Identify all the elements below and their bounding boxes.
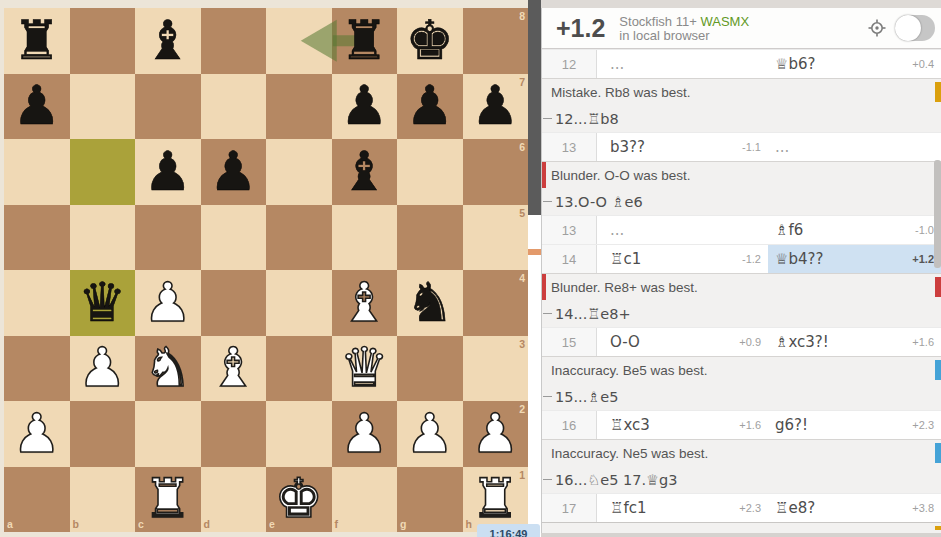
square-f3[interactable]: ♛	[332, 336, 398, 402]
move-number: 13	[542, 133, 597, 161]
square-a5[interactable]	[4, 205, 70, 271]
white-move-cell[interactable]: ♖xc3+1.6	[597, 411, 768, 439]
comment-severity-bar	[935, 526, 941, 530]
white-move-cell[interactable]: ...	[597, 216, 768, 244]
square-c6[interactable]: ♟	[135, 139, 201, 205]
black-move-eval: +3.8	[912, 502, 941, 514]
comment-severity-bar	[935, 82, 941, 102]
square-b3[interactable]: ♟	[70, 336, 136, 402]
engine-eval: +1.2	[542, 14, 619, 43]
engine-name: Stockfish 11+	[619, 14, 696, 29]
black-move-cell[interactable]: ♗xc3?!+1.6	[768, 328, 941, 356]
square-f2[interactable]: ♟	[332, 401, 398, 467]
square-h6[interactable]: 6	[463, 139, 529, 205]
comment-row-blunder: Blunder. Re8+ was best.	[542, 273, 941, 300]
black-move-cell[interactable]: ♖e8?+3.8	[768, 494, 941, 522]
engine-meta: Stockfish 11+ WASMX in local browser	[619, 14, 867, 43]
square-d4[interactable]	[201, 270, 267, 336]
black-knight-g4[interactable]: ♞	[397, 270, 463, 336]
square-b7[interactable]	[70, 74, 136, 140]
white-bishop-d3[interactable]: ♝	[201, 336, 267, 402]
comment-text: Inaccuracy. Be5 was best.	[551, 363, 708, 378]
black-move-cell[interactable]: ...	[768, 133, 941, 161]
square-e1[interactable]: ♚e	[266, 467, 332, 533]
white-move[interactable]: ...	[597, 55, 624, 73]
square-g2[interactable]: ♟	[397, 401, 463, 467]
white-move-cell[interactable]: O-O+0.9	[597, 328, 768, 356]
square-f4[interactable]: ♝	[332, 270, 398, 336]
variation-moves[interactable]: 15...♗e5	[555, 389, 618, 405]
square-d1[interactable]: d	[201, 467, 267, 533]
black-move-eval: +1.6	[912, 336, 941, 348]
analysis-panel: +1.2 Stockfish 11+ WASMX in local browse…	[541, 8, 941, 533]
square-h4[interactable]: 4	[463, 270, 529, 336]
black-rook-a8[interactable]: ♜	[4, 8, 70, 74]
square-g8[interactable]: ♚	[397, 8, 463, 74]
white-move[interactable]: b3??	[597, 138, 645, 156]
black-move-eval: +2.3	[912, 419, 941, 431]
white-move-cell[interactable]: ...	[597, 50, 768, 78]
move-row-12: 12...♕b6?+0.4	[542, 49, 941, 78]
move-number: 16	[542, 411, 597, 439]
comment-severity-bar	[935, 277, 941, 297]
square-c2[interactable]	[135, 401, 201, 467]
engine-variant: WASMX	[700, 14, 749, 29]
black-queen-b4[interactable]: ♛	[70, 270, 136, 336]
black-move[interactable]: ♖e8?	[768, 499, 815, 517]
square-c7[interactable]	[135, 74, 201, 140]
rank-label-7: 7	[519, 76, 525, 88]
rank-label-2: 2	[519, 403, 525, 415]
square-f7[interactable]: ♟	[332, 74, 398, 140]
eval-gauge-black-portion	[528, 0, 541, 215]
file-label-g: g	[400, 518, 406, 530]
square-e7[interactable]	[266, 74, 332, 140]
black-pawn-a7[interactable]: ♟	[4, 74, 70, 140]
engine-toggle-knob	[895, 15, 921, 41]
variation-connector	[543, 313, 552, 314]
white-pawn-b3[interactable]: ♟	[70, 336, 136, 402]
variation-connector	[543, 118, 552, 119]
black-move[interactable]: ♗xc3?!	[768, 333, 829, 351]
square-b8[interactable]	[70, 8, 136, 74]
white-move[interactable]: ...	[597, 221, 624, 239]
comment-text: Inaccuracy. Ne5 was best.	[551, 446, 708, 461]
white-rook-c1[interactable]: ♜	[135, 467, 201, 533]
square-e8[interactable]	[266, 8, 332, 74]
black-move-cell-current[interactable]: ♕b4??+1.2	[768, 245, 941, 273]
square-f5[interactable]	[332, 205, 398, 271]
white-move-eval: -1.2	[742, 253, 768, 265]
rank-label-3: 3	[519, 338, 525, 350]
square-a1[interactable]: a	[4, 467, 70, 533]
square-e2[interactable]	[266, 401, 332, 467]
square-b4[interactable]: ♛	[70, 270, 136, 336]
square-b2[interactable]	[70, 401, 136, 467]
move-row-16: 16♖xc3+1.6g6?!+2.3	[542, 410, 941, 439]
black-move[interactable]: ♗f6	[768, 221, 803, 239]
white-pawn-g2[interactable]: ♟	[397, 401, 463, 467]
variation-row[interactable]: 13.O-O ♗e6	[542, 188, 941, 215]
file-label-e: e	[269, 518, 275, 530]
move-row-14: 14♖c1-1.2♕b4??+1.2	[542, 244, 941, 273]
white-move[interactable]: O-O	[597, 333, 640, 351]
black-rook-f8[interactable]: ♜	[332, 8, 398, 74]
black-move[interactable]: ♕b4??	[768, 250, 823, 268]
white-move-cell[interactable]: ♖fc1+2.3	[597, 494, 768, 522]
square-b5[interactable]	[70, 205, 136, 271]
square-d8[interactable]	[201, 8, 267, 74]
square-h5[interactable]: 5	[463, 205, 529, 271]
square-d5[interactable]	[201, 205, 267, 271]
square-d6[interactable]: ♟	[201, 139, 267, 205]
white-pawn-c4[interactable]: ♟	[135, 270, 201, 336]
scrollbar-thumb[interactable]	[934, 160, 941, 268]
variation-row[interactable]: 12...♖b8	[542, 105, 941, 132]
white-move-eval: +1.6	[739, 419, 768, 431]
engine-name-line: Stockfish 11+ WASMX	[619, 15, 867, 29]
square-d2[interactable]	[201, 401, 267, 467]
variation-row[interactable]: 15...♗e5	[542, 383, 941, 410]
white-move-cell[interactable]: ♖c1-1.2	[597, 245, 768, 273]
white-bishop-f4[interactable]: ♝	[332, 270, 398, 336]
file-label-f: f	[335, 518, 339, 530]
black-pawn-d6[interactable]: ♟	[201, 139, 267, 205]
square-d7[interactable]	[201, 74, 267, 140]
square-d3[interactable]: ♝	[201, 336, 267, 402]
white-queen-f3[interactable]: ♛	[332, 336, 398, 402]
black-move-cell[interactable]: ♗f6-1.0	[768, 216, 941, 244]
chess-board[interactable]: ♜♝♜♚8♟♟♟♟7♟♟♝65♛♟♝♞4♟♞♝♛3♟♟♟♟2ab♜cd♚efg♜…	[4, 8, 528, 532]
black-move[interactable]: ♕b6?	[768, 55, 815, 73]
square-e6[interactable]	[266, 139, 332, 205]
rank-label-6: 6	[519, 141, 525, 153]
white-pawn-a2[interactable]: ♟	[4, 401, 70, 467]
square-g7[interactable]: ♟	[397, 74, 463, 140]
move-row-15: 15O-O+0.9♗xc3?!+1.6	[542, 327, 941, 356]
file-label-a: a	[7, 518, 13, 530]
variation-moves[interactable]: 13.O-O ♗e6	[555, 194, 643, 210]
engine-toggle[interactable]	[895, 15, 935, 41]
variation-moves[interactable]: 12...♖b8	[555, 111, 619, 127]
move-number: 12	[542, 50, 597, 78]
black-pawn-g7[interactable]: ♟	[397, 74, 463, 140]
variation-connector	[543, 479, 552, 480]
white-move-cell[interactable]: b3??-1.1	[597, 133, 768, 161]
square-g4[interactable]: ♞	[397, 270, 463, 336]
move-row-13: 13...♗f6-1.0	[542, 215, 941, 244]
comment-severity-bar-left	[542, 162, 546, 188]
square-a4[interactable]	[4, 270, 70, 336]
comment-row-blunder: Blunder. O-O was best.	[542, 161, 941, 188]
comment-text: Mistake. Rb8 was best.	[551, 85, 691, 100]
black-move-cell[interactable]: g6?!+2.3	[768, 411, 941, 439]
rank-label-5: 5	[519, 207, 525, 219]
variation-moves[interactable]: 16...♘e5 17.♕g3	[555, 472, 678, 488]
white-move-eval: +0.9	[739, 336, 768, 348]
square-c8[interactable]: ♝	[135, 8, 201, 74]
square-c3[interactable]: ♞	[135, 336, 201, 402]
square-a3[interactable]	[4, 336, 70, 402]
comment-row-inaccuracy: Inaccuracy. Be5 was best.	[542, 356, 941, 383]
practice-target-icon[interactable]	[867, 18, 887, 38]
rank-label-8: 8	[519, 10, 525, 22]
white-move-eval: -1.1	[742, 141, 768, 153]
move-row-17: 17♖fc1+2.3♖e8?+3.8	[542, 493, 941, 522]
engine-header: +1.2 Stockfish 11+ WASMX in local browse…	[542, 8, 941, 49]
file-label-d: d	[204, 518, 210, 530]
square-c4[interactable]: ♟	[135, 270, 201, 336]
comment-row-mistake	[542, 522, 941, 533]
rank-label-1: 1	[519, 469, 525, 481]
square-c1[interactable]: ♜c	[135, 467, 201, 533]
black-clock: 1:16:49	[477, 524, 540, 537]
black-move-cell[interactable]: ♕b6?+0.4	[768, 50, 941, 78]
comment-severity-bar	[935, 360, 941, 380]
black-move[interactable]: g6?!	[768, 416, 808, 434]
variation-connector	[543, 201, 552, 202]
square-f8[interactable]: ♜	[332, 8, 398, 74]
white-move[interactable]: ♖xc3	[597, 416, 650, 434]
square-h1[interactable]: ♜h1	[463, 467, 529, 533]
eval-gauge	[528, 0, 541, 537]
comment-text: Blunder. Re8+ was best.	[551, 280, 698, 295]
move-row-13: 13b3??-1.1...	[542, 132, 941, 161]
move-number: 14	[542, 245, 597, 273]
square-b1[interactable]: b	[70, 467, 136, 533]
white-knight-c3[interactable]: ♞	[135, 336, 201, 402]
eval-gauge-tick	[528, 249, 541, 255]
panel-bottom-strip	[541, 533, 941, 537]
file-label-h: h	[466, 518, 472, 530]
black-pawn-f7[interactable]: ♟	[332, 74, 398, 140]
white-move[interactable]: ♖c1	[597, 250, 641, 268]
rank-label-4: 4	[519, 272, 525, 284]
white-pawn-f2[interactable]: ♟	[332, 401, 398, 467]
black-pawn-c6[interactable]: ♟	[135, 139, 201, 205]
square-a2[interactable]: ♟	[4, 401, 70, 467]
square-h2[interactable]: ♟2	[463, 401, 529, 467]
variation-connector	[543, 396, 552, 397]
square-h7[interactable]: ♟7	[463, 74, 529, 140]
comment-severity-bar	[935, 443, 941, 463]
square-e4[interactable]	[266, 270, 332, 336]
white-move[interactable]: ♖fc1	[597, 499, 647, 517]
square-e5[interactable]	[266, 205, 332, 271]
square-f6[interactable]: ♝	[332, 139, 398, 205]
square-h8[interactable]: 8	[463, 8, 529, 74]
square-h3[interactable]: 3	[463, 336, 529, 402]
comment-severity-bar-left	[542, 274, 546, 300]
move-list: 12...♕b6?+0.4Mistake. Rb8 was best.12...…	[542, 49, 941, 533]
square-a6[interactable]	[4, 139, 70, 205]
panel-top-strip	[541, 0, 941, 8]
square-c5[interactable]	[135, 205, 201, 271]
black-move-eval: +0.4	[912, 58, 941, 70]
square-g3[interactable]	[397, 336, 463, 402]
square-b6[interactable]	[70, 139, 136, 205]
black-bishop-c8[interactable]: ♝	[135, 8, 201, 74]
engine-location: in local browser	[619, 29, 867, 43]
move-number: 17	[542, 494, 597, 522]
variation-moves[interactable]: 14...♖e8+	[555, 306, 631, 322]
file-label-c: c	[138, 518, 144, 530]
square-a8[interactable]: ♜	[4, 8, 70, 74]
comment-row-inaccuracy: Inaccuracy. Ne5 was best.	[542, 439, 941, 466]
square-e3[interactable]	[266, 336, 332, 402]
white-king-e1[interactable]: ♚	[266, 467, 332, 533]
black-move[interactable]: ...	[768, 138, 789, 156]
variation-row[interactable]: 16...♘e5 17.♕g3	[542, 466, 941, 493]
comment-text: Blunder. O-O was best.	[551, 168, 691, 183]
square-f1[interactable]: f	[332, 467, 398, 533]
square-g6[interactable]	[397, 139, 463, 205]
comment-row-mistake: Mistake. Rb8 was best.	[542, 78, 941, 105]
variation-row[interactable]: 14...♖e8+	[542, 300, 941, 327]
square-g5[interactable]	[397, 205, 463, 271]
white-move-eval: +2.3	[739, 502, 768, 514]
square-a7[interactable]: ♟	[4, 74, 70, 140]
black-king-g8[interactable]: ♚	[397, 8, 463, 74]
square-g1[interactable]: g	[397, 467, 463, 533]
black-bishop-f6[interactable]: ♝	[332, 139, 398, 205]
move-number: 13	[542, 216, 597, 244]
move-number: 15	[542, 328, 597, 356]
file-label-b: b	[73, 518, 79, 530]
